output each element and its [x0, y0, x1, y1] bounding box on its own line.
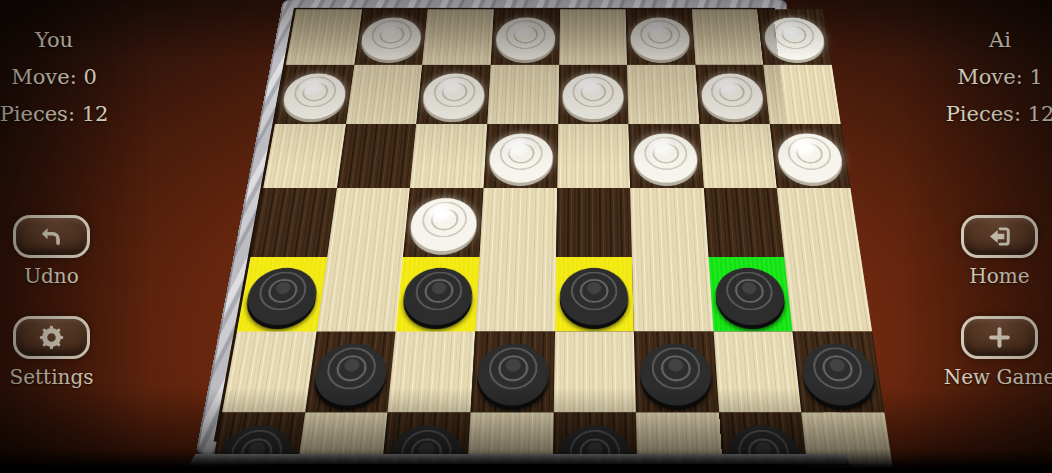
- square-r1c0[interactable]: ●: [275, 65, 354, 124]
- white-piece[interactable]: ●: [354, 9, 428, 64]
- new-game-button-label: New Game: [944, 365, 1052, 389]
- undo-arrow-icon: [38, 223, 65, 250]
- square-r2c0: [263, 124, 345, 188]
- gear-icon: [38, 324, 65, 351]
- checkers-board: ●●●●●●●●●●●●●●●●●●●●●●●●: [195, 0, 845, 456]
- square-r1c6[interactable]: ●: [695, 65, 770, 124]
- piece-glyph: ●: [403, 185, 483, 254]
- square-r5c2[interactable]: ●: [396, 257, 480, 332]
- white-piece[interactable]: ●: [491, 9, 560, 64]
- square-r3c7: [777, 188, 861, 257]
- pieces-count-you: Pieces: 12: [0, 96, 118, 133]
- square-r0c7[interactable]: ●: [758, 9, 832, 64]
- move-count-ai: Move: 1: [934, 59, 1052, 96]
- move-count-you: Move: 0: [0, 59, 118, 96]
- pieces-count-ai: Pieces: 12: [934, 96, 1052, 133]
- piece-glyph: ●: [792, 328, 883, 409]
- white-piece[interactable]: ●: [695, 65, 770, 124]
- square-r6c7[interactable]: ●: [793, 332, 885, 413]
- black-piece[interactable]: ●: [396, 257, 480, 332]
- square-r6c3[interactable]: ●: [470, 332, 554, 413]
- black-piece[interactable]: ●: [237, 257, 327, 332]
- piece-glyph: ●: [417, 62, 491, 121]
- piece-glyph: ●: [770, 121, 850, 185]
- square-r0c3[interactable]: ●: [491, 9, 560, 64]
- home-button-label: Home: [969, 264, 1029, 288]
- square-r2c1[interactable]: [337, 124, 417, 188]
- square-r1c2[interactable]: ●: [416, 65, 490, 124]
- player-name-ai: Ai: [934, 22, 1052, 59]
- square-r6c2: [388, 332, 476, 413]
- piece-glyph: ●: [484, 121, 558, 185]
- home-exit-icon: [986, 223, 1013, 250]
- piece-glyph: ●: [305, 328, 396, 409]
- piece-glyph: ●: [471, 328, 555, 409]
- white-piece[interactable]: ●: [558, 65, 629, 124]
- player-panel-ai: Ai Move: 1 Pieces: 12: [934, 22, 1052, 133]
- checkers-game-screen: You Move: 0 Pieces: 12 Ai Move: 1 Pieces…: [0, 0, 1052, 473]
- piece-glyph: ●: [634, 328, 719, 409]
- white-piece[interactable]: ●: [275, 65, 354, 124]
- black-piece[interactable]: ●: [634, 332, 719, 413]
- square-r2c7[interactable]: ●: [770, 124, 850, 188]
- white-piece[interactable]: ●: [770, 124, 850, 188]
- piece-glyph: ●: [238, 253, 328, 327]
- board-shadow: [150, 464, 902, 473]
- piece-glyph: ●: [491, 7, 560, 62]
- black-piece[interactable]: ●: [305, 332, 396, 413]
- square-r6c4: [553, 332, 636, 413]
- square-r3c1: [327, 188, 410, 257]
- square-r1c4[interactable]: ●: [558, 65, 629, 124]
- player-panel-you: You Move: 0 Pieces: 12: [0, 22, 118, 133]
- home-button[interactable]: [961, 215, 1038, 258]
- piece-glyph: ●: [354, 7, 428, 62]
- square-r3c5: [630, 188, 708, 257]
- settings-button-label: Settings: [10, 365, 94, 389]
- square-r5c0[interactable]: ●: [237, 257, 327, 332]
- board-squares: ●●●●●●●●●●●●●●●●●●●●●●●●: [214, 8, 828, 442]
- undo-button-group: Udno: [13, 215, 90, 288]
- white-piece[interactable]: ●: [626, 9, 696, 64]
- black-piece[interactable]: ●: [555, 257, 634, 332]
- square-r2c3[interactable]: ●: [483, 124, 557, 188]
- piece-glyph: ●: [275, 62, 354, 121]
- square-r2c5[interactable]: ●: [629, 124, 704, 188]
- white-piece[interactable]: ●: [629, 124, 704, 188]
- square-r0c1[interactable]: ●: [354, 9, 428, 64]
- square-r6c0: [222, 332, 316, 413]
- square-r1c1: [346, 65, 423, 124]
- square-r0c5[interactable]: ●: [626, 9, 696, 64]
- new-game-button-group: New Game: [961, 316, 1038, 389]
- home-button-group: Home: [961, 215, 1038, 288]
- square-r6c5[interactable]: ●: [634, 332, 719, 413]
- piece-glyph: ●: [555, 253, 634, 327]
- piece-glyph: ●: [695, 62, 770, 121]
- square-r6c1[interactable]: ●: [305, 332, 396, 413]
- square-r2c6: [699, 124, 777, 188]
- board-scene: ●●●●●●●●●●●●●●●●●●●●●●●●: [195, 0, 845, 456]
- piece-glyph: ●: [558, 62, 629, 121]
- piece-glyph: ●: [629, 121, 704, 185]
- player-name-you: You: [0, 22, 118, 59]
- white-piece[interactable]: ●: [416, 65, 490, 124]
- plus-icon: [986, 324, 1013, 351]
- square-r3c3: [479, 188, 556, 257]
- piece-glyph: ●: [626, 7, 696, 62]
- settings-button-group: Settings: [13, 316, 90, 389]
- piece-glyph: ●: [757, 7, 831, 62]
- settings-button[interactable]: [13, 316, 90, 359]
- square-r2c4: [557, 124, 630, 188]
- square-r5c4[interactable]: ●: [555, 257, 634, 332]
- white-piece[interactable]: ●: [758, 9, 832, 64]
- new-game-button[interactable]: [961, 316, 1038, 359]
- square-r5c6[interactable]: ●: [708, 257, 792, 332]
- piece-glyph: ●: [708, 253, 792, 327]
- black-piece[interactable]: ●: [470, 332, 554, 413]
- undo-button-label: Udno: [24, 264, 79, 288]
- black-piece[interactable]: ●: [793, 332, 885, 413]
- square-r6c6: [713, 332, 801, 413]
- white-piece[interactable]: ●: [483, 124, 557, 188]
- piece-glyph: ●: [396, 253, 480, 327]
- undo-button[interactable]: [13, 215, 90, 258]
- black-piece[interactable]: ●: [708, 257, 792, 332]
